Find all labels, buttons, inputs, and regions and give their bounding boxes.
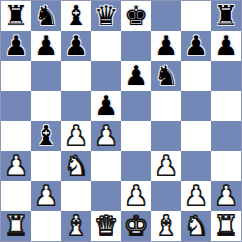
square-f1[interactable]: ♝ <box>151 211 181 241</box>
square-d2[interactable] <box>91 181 121 211</box>
square-g1[interactable]: ♞ <box>181 211 211 241</box>
white-pawn[interactable]: ♟ <box>184 182 208 209</box>
square-h5[interactable] <box>211 91 241 121</box>
square-g3[interactable] <box>181 151 211 181</box>
black-pawn[interactable]: ♟ <box>154 32 178 59</box>
black-rook[interactable]: ♜ <box>214 2 238 29</box>
black-bishop[interactable]: ♝ <box>34 122 58 149</box>
square-a3[interactable]: ♟ <box>1 151 31 181</box>
square-b4[interactable]: ♝ <box>31 121 61 151</box>
white-pawn[interactable]: ♟ <box>214 182 238 209</box>
square-d4[interactable]: ♟ <box>91 121 121 151</box>
black-pawn[interactable]: ♟ <box>214 32 238 59</box>
white-king[interactable]: ♚ <box>124 212 148 239</box>
square-f5[interactable] <box>151 91 181 121</box>
square-c2[interactable] <box>61 181 91 211</box>
chess-board: ♜♞♝♛♚♜♟♟♟♟♟♟♟♞♟♝♟♟♟♞♟♟♟♟♟♜♝♛♚♝♞♜ <box>0 0 242 242</box>
square-f7[interactable]: ♟ <box>151 31 181 61</box>
square-e6[interactable]: ♟ <box>121 61 151 91</box>
square-f3[interactable]: ♟ <box>151 151 181 181</box>
square-h6[interactable] <box>211 61 241 91</box>
square-e1[interactable]: ♚ <box>121 211 151 241</box>
white-pawn[interactable]: ♟ <box>64 122 88 149</box>
white-bishop[interactable]: ♝ <box>64 212 88 239</box>
square-e8[interactable]: ♚ <box>121 1 151 31</box>
square-c4[interactable]: ♟ <box>61 121 91 151</box>
white-knight[interactable]: ♞ <box>184 212 208 239</box>
square-a4[interactable] <box>1 121 31 151</box>
square-b2[interactable]: ♟ <box>31 181 61 211</box>
square-c6[interactable] <box>61 61 91 91</box>
square-g2[interactable]: ♟ <box>181 181 211 211</box>
black-pawn[interactable]: ♟ <box>94 92 118 119</box>
square-f8[interactable] <box>151 1 181 31</box>
square-g8[interactable] <box>181 1 211 31</box>
square-d5[interactable]: ♟ <box>91 91 121 121</box>
square-d3[interactable] <box>91 151 121 181</box>
square-e5[interactable] <box>121 91 151 121</box>
black-bishop[interactable]: ♝ <box>64 2 88 29</box>
square-c3[interactable]: ♞ <box>61 151 91 181</box>
black-king[interactable]: ♚ <box>124 2 148 29</box>
white-bishop[interactable]: ♝ <box>154 212 178 239</box>
white-pawn[interactable]: ♟ <box>34 182 58 209</box>
black-rook[interactable]: ♜ <box>4 2 28 29</box>
black-knight[interactable]: ♞ <box>34 2 58 29</box>
square-d7[interactable] <box>91 31 121 61</box>
square-f4[interactable] <box>151 121 181 151</box>
square-a5[interactable] <box>1 91 31 121</box>
square-a8[interactable]: ♜ <box>1 1 31 31</box>
square-d6[interactable] <box>91 61 121 91</box>
square-d8[interactable]: ♛ <box>91 1 121 31</box>
black-pawn[interactable]: ♟ <box>124 62 148 89</box>
square-h2[interactable]: ♟ <box>211 181 241 211</box>
square-b7[interactable]: ♟ <box>31 31 61 61</box>
square-b8[interactable]: ♞ <box>31 1 61 31</box>
square-h1[interactable]: ♜ <box>211 211 241 241</box>
square-a2[interactable] <box>1 181 31 211</box>
square-e3[interactable] <box>121 151 151 181</box>
black-pawn[interactable]: ♟ <box>4 32 28 59</box>
square-c8[interactable]: ♝ <box>61 1 91 31</box>
square-h3[interactable] <box>211 151 241 181</box>
square-f6[interactable]: ♞ <box>151 61 181 91</box>
white-pawn[interactable]: ♟ <box>94 122 118 149</box>
black-queen[interactable]: ♛ <box>94 2 118 29</box>
white-pawn[interactable]: ♟ <box>4 152 28 179</box>
square-a7[interactable]: ♟ <box>1 31 31 61</box>
square-b6[interactable] <box>31 61 61 91</box>
black-pawn[interactable]: ♟ <box>34 32 58 59</box>
square-c5[interactable] <box>61 91 91 121</box>
white-pawn[interactable]: ♟ <box>154 152 178 179</box>
square-g6[interactable] <box>181 61 211 91</box>
square-c7[interactable]: ♟ <box>61 31 91 61</box>
white-rook[interactable]: ♜ <box>4 212 28 239</box>
white-pawn[interactable]: ♟ <box>124 182 148 209</box>
square-g4[interactable] <box>181 121 211 151</box>
square-b3[interactable] <box>31 151 61 181</box>
square-e7[interactable] <box>121 31 151 61</box>
square-h7[interactable]: ♟ <box>211 31 241 61</box>
square-e4[interactable] <box>121 121 151 151</box>
square-d1[interactable]: ♛ <box>91 211 121 241</box>
white-queen[interactable]: ♛ <box>94 212 118 239</box>
white-knight[interactable]: ♞ <box>64 152 88 179</box>
square-g7[interactable]: ♟ <box>181 31 211 61</box>
square-a1[interactable]: ♜ <box>1 211 31 241</box>
black-pawn[interactable]: ♟ <box>64 32 88 59</box>
square-h4[interactable] <box>211 121 241 151</box>
black-knight[interactable]: ♞ <box>154 62 178 89</box>
square-e2[interactable]: ♟ <box>121 181 151 211</box>
square-c1[interactable]: ♝ <box>61 211 91 241</box>
square-a6[interactable] <box>1 61 31 91</box>
square-b5[interactable] <box>31 91 61 121</box>
square-b1[interactable] <box>31 211 61 241</box>
square-g5[interactable] <box>181 91 211 121</box>
white-rook[interactable]: ♜ <box>214 212 238 239</box>
black-pawn[interactable]: ♟ <box>184 32 208 59</box>
square-f2[interactable] <box>151 181 181 211</box>
square-h8[interactable]: ♜ <box>211 1 241 31</box>
